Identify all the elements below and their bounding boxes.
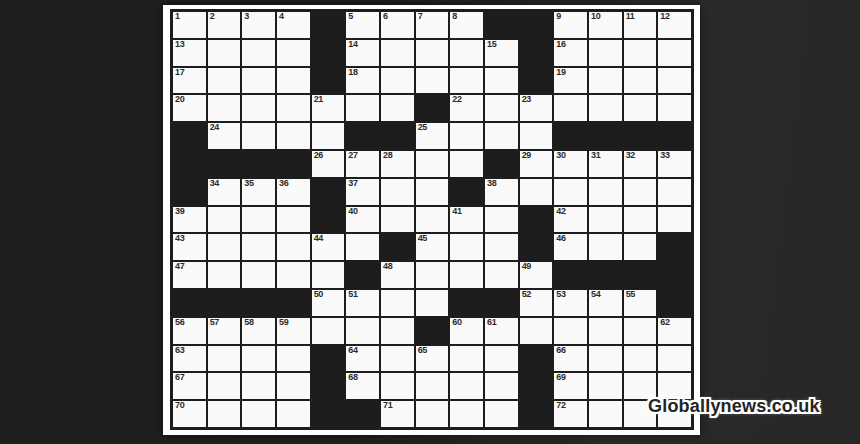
grid-cell-r10c7[interactable]: 48 — [381, 262, 414, 288]
block-cell-r1c10 — [485, 12, 518, 38]
grid-cell-r5c9[interactable] — [450, 123, 483, 149]
grid-cell-r5c2[interactable]: 24 — [208, 123, 241, 149]
grid-cell-r7c7[interactable] — [381, 179, 414, 205]
grid-cell-r3c15[interactable] — [658, 68, 691, 94]
grid-cell-r1c12[interactable]: 9 — [554, 12, 587, 38]
block-cell-r15c6 — [346, 401, 379, 427]
grid-cell-r13c2[interactable] — [208, 346, 241, 372]
block-cell-r10c6 — [346, 262, 379, 288]
clue-number-30: 30 — [556, 150, 565, 160]
grid-cell-r12c6[interactable] — [346, 318, 379, 344]
grid-cell-r1c4[interactable]: 4 — [277, 12, 310, 38]
grid-cell-r4c12[interactable] — [554, 95, 587, 121]
clue-number-60: 60 — [452, 317, 461, 327]
grid-cell-r12c9[interactable]: 60 — [450, 318, 483, 344]
clue-number-24: 24 — [210, 122, 219, 132]
grid-cell-r5c3[interactable] — [242, 123, 275, 149]
grid-cell-r12c3[interactable]: 58 — [242, 318, 275, 344]
clue-number-55: 55 — [626, 289, 635, 299]
clue-number-66: 66 — [556, 345, 565, 355]
grid-cell-r4c9[interactable]: 22 — [450, 95, 483, 121]
grid-cell-r4c10[interactable] — [485, 95, 518, 121]
clue-number-69: 69 — [556, 372, 565, 382]
clue-number-10: 10 — [591, 11, 600, 21]
grid-cell-r9c3[interactable] — [242, 234, 275, 260]
grid-cell-r7c2[interactable]: 34 — [208, 179, 241, 205]
grid-cell-r7c15[interactable] — [658, 179, 691, 205]
grid-cell-r4c6[interactable] — [346, 95, 379, 121]
clue-number-34: 34 — [210, 178, 219, 188]
grid-cell-r8c2[interactable] — [208, 207, 241, 233]
block-cell-r15c11 — [520, 401, 553, 427]
block-cell-r6c4 — [277, 151, 310, 177]
block-cell-r7c9 — [450, 179, 483, 205]
grid-cell-r13c1[interactable]: 63 — [173, 346, 206, 372]
grid-cell-r6c14[interactable]: 32 — [624, 151, 657, 177]
block-cell-r14c11 — [520, 373, 553, 399]
clue-number-48: 48 — [383, 261, 392, 271]
clue-number-50: 50 — [314, 289, 323, 299]
clue-number-61: 61 — [487, 317, 496, 327]
grid-cell-r14c10[interactable] — [485, 373, 518, 399]
clue-number-44: 44 — [314, 233, 323, 243]
clue-number-59: 59 — [279, 317, 288, 327]
grid-cell-r13c8[interactable]: 65 — [416, 346, 449, 372]
grid-cell-r2c1[interactable]: 13 — [173, 40, 206, 66]
block-cell-r6c3 — [242, 151, 275, 177]
grid-cell-r13c10[interactable] — [485, 346, 518, 372]
block-cell-r11c15 — [658, 290, 691, 316]
grid-cell-r3c9[interactable] — [450, 68, 483, 94]
grid-cell-r3c3[interactable] — [242, 68, 275, 94]
grid-cell-r2c2[interactable] — [208, 40, 241, 66]
block-cell-r3c11 — [520, 68, 553, 94]
grid-cell-r15c2[interactable] — [208, 401, 241, 427]
grid-cell-r8c4[interactable] — [277, 207, 310, 233]
grid-cell-r2c8[interactable] — [416, 40, 449, 66]
grid-cell-r11c11[interactable]: 52 — [520, 290, 553, 316]
grid-cell-r4c1[interactable]: 20 — [173, 95, 206, 121]
grid-cell-r15c7[interactable]: 71 — [381, 401, 414, 427]
grid-cell-r10c9[interactable] — [450, 262, 483, 288]
grid-cell-r1c6[interactable]: 5 — [346, 12, 379, 38]
clue-number-33: 33 — [660, 150, 669, 160]
clue-number-28: 28 — [383, 150, 392, 160]
clue-number-27: 27 — [348, 150, 357, 160]
grid-cell-r11c6[interactable]: 51 — [346, 290, 379, 316]
clue-number-45: 45 — [418, 233, 427, 243]
block-cell-r10c14 — [624, 262, 657, 288]
grid-cell-r2c9[interactable] — [450, 40, 483, 66]
clue-number-54: 54 — [591, 289, 600, 299]
block-cell-r5c14 — [624, 123, 657, 149]
grid-cell-r13c3[interactable] — [242, 346, 275, 372]
clue-number-52: 52 — [522, 289, 531, 299]
clue-number-58: 58 — [244, 317, 253, 327]
grid-cell-r15c13[interactable] — [589, 401, 622, 427]
grid-cell-r4c2[interactable] — [208, 95, 241, 121]
grid-cell-r14c12[interactable]: 69 — [554, 373, 587, 399]
block-cell-r5c6 — [346, 123, 379, 149]
clue-number-7: 7 — [418, 11, 423, 21]
clue-number-42: 42 — [556, 206, 565, 216]
grid-cell-r8c3[interactable] — [242, 207, 275, 233]
clue-number-4: 4 — [279, 11, 284, 21]
grid-cell-r10c10[interactable] — [485, 262, 518, 288]
clue-number-64: 64 — [348, 345, 357, 355]
grid-cell-r9c8[interactable]: 45 — [416, 234, 449, 260]
grid-cell-r2c12[interactable]: 16 — [554, 40, 587, 66]
grid-cell-r5c11[interactable] — [520, 123, 553, 149]
grid-cell-r14c2[interactable] — [208, 373, 241, 399]
clue-number-21: 21 — [314, 94, 323, 104]
grid-cell-r14c3[interactable] — [242, 373, 275, 399]
grid-cell-r13c4[interactable] — [277, 346, 310, 372]
grid-cell-r11c5[interactable]: 50 — [312, 290, 345, 316]
grid-cell-r10c5[interactable] — [312, 262, 345, 288]
clue-number-63: 63 — [175, 345, 184, 355]
grid-cell-r1c14[interactable]: 11 — [624, 12, 657, 38]
clue-number-16: 16 — [556, 39, 565, 49]
grid-cell-r8c7[interactable] — [381, 207, 414, 233]
grid-cell-r12c2[interactable]: 57 — [208, 318, 241, 344]
grid-cell-r2c14[interactable] — [624, 40, 657, 66]
grid-cell-r7c11[interactable] — [520, 179, 553, 205]
clue-number-57: 57 — [210, 317, 219, 327]
clue-number-39: 39 — [175, 206, 184, 216]
clue-number-43: 43 — [175, 233, 184, 243]
grid-cell-r2c15[interactable] — [658, 40, 691, 66]
grid-cell-r7c4[interactable]: 36 — [277, 179, 310, 205]
grid-cell-r8c13[interactable] — [589, 207, 622, 233]
block-cell-r10c12 — [554, 262, 587, 288]
grid-cell-r6c13[interactable]: 31 — [589, 151, 622, 177]
grid-cell-r3c8[interactable] — [416, 68, 449, 94]
block-cell-r1c5 — [312, 12, 345, 38]
grid-cell-r12c4[interactable]: 59 — [277, 318, 310, 344]
block-cell-r11c9 — [450, 290, 483, 316]
clue-number-3: 3 — [244, 11, 249, 21]
clue-number-53: 53 — [556, 289, 565, 299]
block-cell-r2c11 — [520, 40, 553, 66]
grid-cell-r13c14[interactable] — [624, 346, 657, 372]
clue-number-19: 19 — [556, 67, 565, 77]
clue-number-38: 38 — [487, 178, 496, 188]
grid-cell-r10c2[interactable] — [208, 262, 241, 288]
grid-cell-r13c15[interactable] — [658, 346, 691, 372]
grid-cell-r13c12[interactable]: 66 — [554, 346, 587, 372]
block-cell-r5c1 — [173, 123, 206, 149]
grid-cell-r10c3[interactable] — [242, 262, 275, 288]
grid-cell-r4c14[interactable] — [624, 95, 657, 121]
grid-cell-r2c7[interactable] — [381, 40, 414, 66]
block-cell-r7c1 — [173, 179, 206, 205]
clue-number-71: 71 — [383, 400, 392, 410]
clue-number-6: 6 — [383, 11, 388, 21]
grid-cell-r6c15[interactable]: 33 — [658, 151, 691, 177]
grid-cell-r14c1[interactable]: 67 — [173, 373, 206, 399]
grid-cell-r9c1[interactable]: 43 — [173, 234, 206, 260]
block-cell-r6c2 — [208, 151, 241, 177]
clue-number-5: 5 — [348, 11, 353, 21]
grid-cell-r3c1[interactable]: 17 — [173, 68, 206, 94]
grid-cell-r7c8[interactable] — [416, 179, 449, 205]
grid-cell-r10c1[interactable]: 47 — [173, 262, 206, 288]
block-cell-r13c11 — [520, 346, 553, 372]
grid-cell-r6c5[interactable]: 26 — [312, 151, 345, 177]
grid-cell-r14c7[interactable] — [381, 373, 414, 399]
clue-number-23: 23 — [522, 94, 531, 104]
grid-cell-r11c7[interactable] — [381, 290, 414, 316]
grid-cell-r10c11[interactable]: 49 — [520, 262, 553, 288]
grid-cell-r12c5[interactable] — [312, 318, 345, 344]
grid-cell-r9c14[interactable] — [624, 234, 657, 260]
block-cell-r5c12 — [554, 123, 587, 149]
block-cell-r8c11 — [520, 207, 553, 233]
grid-cell-r6c7[interactable]: 28 — [381, 151, 414, 177]
grid-cell-r12c11[interactable] — [520, 318, 553, 344]
clue-number-2: 2 — [210, 11, 215, 21]
grid-cell-r15c3[interactable] — [242, 401, 275, 427]
grid-cell-r7c12[interactable] — [554, 179, 587, 205]
clue-number-65: 65 — [418, 345, 427, 355]
clue-number-20: 20 — [175, 94, 184, 104]
grid-cell-r2c3[interactable] — [242, 40, 275, 66]
block-cell-r11c10 — [485, 290, 518, 316]
block-cell-r9c15 — [658, 234, 691, 260]
clue-number-70: 70 — [175, 400, 184, 410]
grid-cell-r6c9[interactable] — [450, 151, 483, 177]
grid-cell-r12c15[interactable]: 62 — [658, 318, 691, 344]
grid-cell-r2c13[interactable] — [589, 40, 622, 66]
grid-cell-r3c14[interactable] — [624, 68, 657, 94]
grid-cell-r4c3[interactable] — [242, 95, 275, 121]
block-cell-r4c8 — [416, 95, 449, 121]
clue-number-72: 72 — [556, 400, 565, 410]
clue-number-14: 14 — [348, 39, 357, 49]
clue-number-25: 25 — [418, 122, 427, 132]
grid-cell-r1c2[interactable]: 2 — [208, 12, 241, 38]
clue-number-46: 46 — [556, 233, 565, 243]
grid-cell-r3c13[interactable] — [589, 68, 622, 94]
block-cell-r10c15 — [658, 262, 691, 288]
grid-cell-r12c12[interactable] — [554, 318, 587, 344]
grid-cell-r14c4[interactable] — [277, 373, 310, 399]
grid-cell-r3c7[interactable] — [381, 68, 414, 94]
grid-cell-r8c1[interactable]: 39 — [173, 207, 206, 233]
block-cell-r5c7 — [381, 123, 414, 149]
block-cell-r5c15 — [658, 123, 691, 149]
grid-cell-r2c10[interactable]: 15 — [485, 40, 518, 66]
grid-cell-r15c1[interactable]: 70 — [173, 401, 206, 427]
clue-number-47: 47 — [175, 261, 184, 271]
grid-cell-r15c9[interactable] — [450, 401, 483, 427]
grid-cell-r13c6[interactable]: 64 — [346, 346, 379, 372]
block-cell-r9c7 — [381, 234, 414, 260]
clue-number-32: 32 — [626, 150, 635, 160]
block-cell-r14c5 — [312, 373, 345, 399]
grid-cell-r7c13[interactable] — [589, 179, 622, 205]
grid-cell-r15c12[interactable]: 72 — [554, 401, 587, 427]
clue-number-41: 41 — [452, 206, 461, 216]
grid-cell-r14c9[interactable] — [450, 373, 483, 399]
block-cell-r3c5 — [312, 68, 345, 94]
grid-cell-r11c13[interactable]: 54 — [589, 290, 622, 316]
grid-cell-r4c11[interactable]: 23 — [520, 95, 553, 121]
grid-cell-r15c8[interactable] — [416, 401, 449, 427]
grid-cell-r4c7[interactable] — [381, 95, 414, 121]
clue-number-62: 62 — [660, 317, 669, 327]
grid-cell-r3c2[interactable] — [208, 68, 241, 94]
grid-cell-r5c8[interactable]: 25 — [416, 123, 449, 149]
grid-cell-r8c10[interactable] — [485, 207, 518, 233]
clue-number-12: 12 — [660, 11, 669, 21]
clue-number-9: 9 — [556, 11, 561, 21]
block-cell-r12c8 — [416, 318, 449, 344]
grid-cell-r4c5[interactable]: 21 — [312, 95, 345, 121]
block-cell-r6c10 — [485, 151, 518, 177]
clue-number-31: 31 — [591, 150, 600, 160]
grid-cell-r6c12[interactable]: 30 — [554, 151, 587, 177]
clue-number-29: 29 — [522, 150, 531, 160]
grid-cell-r12c14[interactable] — [624, 318, 657, 344]
grid-cell-r8c8[interactable] — [416, 207, 449, 233]
grid-cell-r3c4[interactable] — [277, 68, 310, 94]
grid-cell-r3c12[interactable]: 19 — [554, 68, 587, 94]
grid-cell-r5c10[interactable] — [485, 123, 518, 149]
watermark-text: Globallynews.co.uk — [648, 396, 820, 417]
grid-cell-r5c5[interactable] — [312, 123, 345, 149]
grid-cell-r9c10[interactable] — [485, 234, 518, 260]
grid-cell-r10c8[interactable] — [416, 262, 449, 288]
clue-number-26: 26 — [314, 150, 323, 160]
grid-cell-r1c13[interactable]: 10 — [589, 12, 622, 38]
grid-cell-r7c14[interactable] — [624, 179, 657, 205]
clue-number-18: 18 — [348, 67, 357, 77]
grid-cell-r4c13[interactable] — [589, 95, 622, 121]
block-cell-r15c5 — [312, 401, 345, 427]
block-cell-r11c3 — [242, 290, 275, 316]
grid-cell-r5c4[interactable] — [277, 123, 310, 149]
grid-cell-r12c10[interactable]: 61 — [485, 318, 518, 344]
grid-cell-r1c8[interactable]: 7 — [416, 12, 449, 38]
grid-cell-r15c10[interactable] — [485, 401, 518, 427]
block-cell-r1c11 — [520, 12, 553, 38]
grid-cell-r11c8[interactable] — [416, 290, 449, 316]
grid-cell-r3c6[interactable]: 18 — [346, 68, 379, 94]
grid-cell-r10c4[interactable] — [277, 262, 310, 288]
block-cell-r13c5 — [312, 346, 345, 372]
grid-cell-r1c7[interactable]: 6 — [381, 12, 414, 38]
grid-cell-r8c6[interactable]: 40 — [346, 207, 379, 233]
block-cell-r11c4 — [277, 290, 310, 316]
grid-cell-r9c13[interactable] — [589, 234, 622, 260]
block-cell-r7c5 — [312, 179, 345, 205]
grid-cell-r1c15[interactable]: 12 — [658, 12, 691, 38]
clue-number-15: 15 — [487, 39, 496, 49]
grid-cell-r9c2[interactable] — [208, 234, 241, 260]
grid-cell-r12c7[interactable] — [381, 318, 414, 344]
block-cell-r9c11 — [520, 234, 553, 260]
block-cell-r11c1 — [173, 290, 206, 316]
grid-cell-r2c4[interactable] — [277, 40, 310, 66]
grid-cell-r9c12[interactable]: 46 — [554, 234, 587, 260]
clue-number-67: 67 — [175, 372, 184, 382]
grid-cell-r12c13[interactable] — [589, 318, 622, 344]
grid-cell-r8c14[interactable] — [624, 207, 657, 233]
grid-cell-r4c4[interactable] — [277, 95, 310, 121]
clue-number-40: 40 — [348, 206, 357, 216]
grid-cell-r7c10[interactable]: 38 — [485, 179, 518, 205]
grid-cell-r15c4[interactable] — [277, 401, 310, 427]
grid-cell-r14c13[interactable] — [589, 373, 622, 399]
clue-number-51: 51 — [348, 289, 357, 299]
page-background: 1234567891011121314151617181920212223242… — [0, 0, 860, 444]
grid-cell-r6c11[interactable]: 29 — [520, 151, 553, 177]
clue-number-37: 37 — [348, 178, 357, 188]
clue-number-49: 49 — [522, 261, 531, 271]
grid-cell-r8c15[interactable] — [658, 207, 691, 233]
clue-number-13: 13 — [175, 39, 184, 49]
clue-number-56: 56 — [175, 317, 184, 327]
grid-cell-r6c8[interactable] — [416, 151, 449, 177]
grid-cell-r8c9[interactable]: 41 — [450, 207, 483, 233]
grid-cell-r14c6[interactable]: 68 — [346, 373, 379, 399]
clue-number-22: 22 — [452, 94, 461, 104]
grid-cell-r1c3[interactable]: 3 — [242, 12, 275, 38]
grid-cell-r9c6[interactable] — [346, 234, 379, 260]
clue-number-1: 1 — [175, 11, 180, 21]
crossword-grid: 1234567891011121314151617181920212223242… — [170, 9, 694, 430]
block-cell-r6c1 — [173, 151, 206, 177]
block-cell-r10c13 — [589, 262, 622, 288]
grid-cell-r4c15[interactable] — [658, 95, 691, 121]
grid-cell-r9c4[interactable] — [277, 234, 310, 260]
grid-cell-r13c13[interactable] — [589, 346, 622, 372]
grid-cell-r7c3[interactable]: 35 — [242, 179, 275, 205]
grid-cell-r13c9[interactable] — [450, 346, 483, 372]
grid-cell-r11c12[interactable]: 53 — [554, 290, 587, 316]
grid-cell-r6c6[interactable]: 27 — [346, 151, 379, 177]
grid-cell-r9c5[interactable]: 44 — [312, 234, 345, 260]
grid-cell-r9c9[interactable] — [450, 234, 483, 260]
grid-cell-r12c1[interactable]: 56 — [173, 318, 206, 344]
block-cell-r5c13 — [589, 123, 622, 149]
crossword-paper: 1234567891011121314151617181920212223242… — [163, 5, 700, 435]
grid-cell-r14c8[interactable] — [416, 373, 449, 399]
clue-number-36: 36 — [279, 178, 288, 188]
clue-number-11: 11 — [626, 11, 635, 21]
grid-cell-r1c1[interactable]: 1 — [173, 12, 206, 38]
grid-cell-r2c6[interactable]: 14 — [346, 40, 379, 66]
clue-number-8: 8 — [452, 11, 457, 21]
clue-number-68: 68 — [348, 372, 357, 382]
clue-number-17: 17 — [175, 67, 184, 77]
clue-number-35: 35 — [244, 178, 253, 188]
grid-cell-r1c9[interactable]: 8 — [450, 12, 483, 38]
grid-cell-r11c14[interactable]: 55 — [624, 290, 657, 316]
grid-cell-r8c12[interactable]: 42 — [554, 207, 587, 233]
block-cell-r2c5 — [312, 40, 345, 66]
grid-cell-r13c7[interactable] — [381, 346, 414, 372]
grid-cell-r7c6[interactable]: 37 — [346, 179, 379, 205]
block-cell-r11c2 — [208, 290, 241, 316]
grid-cell-r3c10[interactable] — [485, 68, 518, 94]
block-cell-r8c5 — [312, 207, 345, 233]
